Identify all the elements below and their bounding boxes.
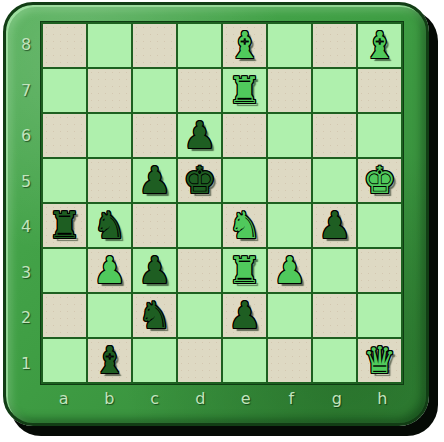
- rank-label-8: 8: [14, 22, 38, 68]
- piece-black-bishop[interactable]: ♝: [93, 339, 126, 382]
- piece-black-knight[interactable]: ♞: [138, 294, 171, 337]
- square-g7[interactable]: [313, 69, 356, 112]
- square-e8[interactable]: ♝: [223, 24, 266, 67]
- square-d4[interactable]: [178, 204, 221, 247]
- square-b8[interactable]: [88, 24, 131, 67]
- file-label-f: f: [269, 386, 315, 412]
- square-c2[interactable]: ♞: [133, 294, 176, 337]
- square-a6[interactable]: [43, 114, 86, 157]
- square-d6[interactable]: ♟: [178, 114, 221, 157]
- piece-black-pawn[interactable]: ♟: [138, 159, 171, 202]
- square-b4[interactable]: ♞: [88, 204, 131, 247]
- piece-black-pawn[interactable]: ♟: [228, 294, 261, 337]
- piece-black-pawn[interactable]: ♟: [183, 114, 216, 157]
- file-label-e: e: [223, 386, 269, 412]
- piece-white-queen[interactable]: ♛: [363, 339, 396, 382]
- piece-white-pawn[interactable]: ♟: [93, 249, 126, 292]
- rank-label-5: 5: [14, 159, 38, 205]
- piece-white-bishop[interactable]: ♝: [363, 24, 396, 67]
- square-f3[interactable]: ♟: [268, 249, 311, 292]
- square-e5[interactable]: [223, 159, 266, 202]
- square-b2[interactable]: [88, 294, 131, 337]
- square-c4[interactable]: [133, 204, 176, 247]
- file-label-h: h: [360, 386, 406, 412]
- square-g5[interactable]: [313, 159, 356, 202]
- square-e2[interactable]: ♟: [223, 294, 266, 337]
- square-h2[interactable]: [358, 294, 401, 337]
- square-h3[interactable]: [358, 249, 401, 292]
- square-f6[interactable]: [268, 114, 311, 157]
- square-b7[interactable]: [88, 69, 131, 112]
- square-e1[interactable]: [223, 339, 266, 382]
- square-c8[interactable]: [133, 24, 176, 67]
- square-g4[interactable]: ♟: [313, 204, 356, 247]
- square-c1[interactable]: [133, 339, 176, 382]
- square-g8[interactable]: [313, 24, 356, 67]
- chessboard-app: ♝♝♜♟♟♚♚♜♞♞♟♟♟♜♟♞♟♝♛ 87654321 abcdefgh: [0, 0, 444, 442]
- file-label-c: c: [132, 386, 178, 412]
- square-h1[interactable]: ♛: [358, 339, 401, 382]
- board-frame: ♝♝♜♟♟♚♚♜♞♞♟♟♟♜♟♞♟♝♛ 87654321 abcdefgh: [3, 2, 429, 426]
- square-g6[interactable]: [313, 114, 356, 157]
- square-f5[interactable]: [268, 159, 311, 202]
- rank-label-4: 4: [14, 204, 38, 250]
- square-g2[interactable]: [313, 294, 356, 337]
- square-g3[interactable]: [313, 249, 356, 292]
- square-a1[interactable]: [43, 339, 86, 382]
- square-e7[interactable]: ♜: [223, 69, 266, 112]
- piece-black-king[interactable]: ♚: [183, 159, 216, 202]
- rank-label-3: 3: [14, 250, 38, 296]
- square-a3[interactable]: [43, 249, 86, 292]
- square-f2[interactable]: [268, 294, 311, 337]
- piece-white-rook[interactable]: ♜: [228, 249, 261, 292]
- square-c3[interactable]: ♟: [133, 249, 176, 292]
- square-d7[interactable]: [178, 69, 221, 112]
- file-label-d: d: [178, 386, 224, 412]
- chess-board: ♝♝♜♟♟♚♚♜♞♞♟♟♟♜♟♞♟♝♛: [41, 22, 403, 384]
- square-d2[interactable]: [178, 294, 221, 337]
- square-b3[interactable]: ♟: [88, 249, 131, 292]
- piece-black-pawn[interactable]: ♟: [318, 204, 351, 247]
- square-b5[interactable]: [88, 159, 131, 202]
- square-a7[interactable]: [43, 69, 86, 112]
- piece-black-rook[interactable]: ♜: [48, 204, 81, 247]
- square-c7[interactable]: [133, 69, 176, 112]
- square-h5[interactable]: ♚: [358, 159, 401, 202]
- rank-label-6: 6: [14, 113, 38, 159]
- piece-white-pawn[interactable]: ♟: [273, 249, 306, 292]
- square-c5[interactable]: ♟: [133, 159, 176, 202]
- square-d8[interactable]: [178, 24, 221, 67]
- file-labels: abcdefgh: [41, 386, 405, 412]
- square-a5[interactable]: [43, 159, 86, 202]
- square-d3[interactable]: [178, 249, 221, 292]
- square-d5[interactable]: ♚: [178, 159, 221, 202]
- piece-white-king[interactable]: ♚: [363, 159, 396, 202]
- square-h8[interactable]: ♝: [358, 24, 401, 67]
- square-h4[interactable]: [358, 204, 401, 247]
- square-g1[interactable]: [313, 339, 356, 382]
- square-f7[interactable]: [268, 69, 311, 112]
- square-f8[interactable]: [268, 24, 311, 67]
- square-f1[interactable]: [268, 339, 311, 382]
- square-b6[interactable]: [88, 114, 131, 157]
- square-h7[interactable]: [358, 69, 401, 112]
- square-h6[interactable]: [358, 114, 401, 157]
- file-label-b: b: [87, 386, 133, 412]
- square-c6[interactable]: [133, 114, 176, 157]
- square-e3[interactable]: ♜: [223, 249, 266, 292]
- square-d1[interactable]: [178, 339, 221, 382]
- rank-label-7: 7: [14, 68, 38, 114]
- square-a4[interactable]: ♜: [43, 204, 86, 247]
- piece-black-knight[interactable]: ♞: [93, 204, 126, 247]
- square-e6[interactable]: [223, 114, 266, 157]
- square-a8[interactable]: [43, 24, 86, 67]
- square-f4[interactable]: [268, 204, 311, 247]
- file-label-a: a: [41, 386, 87, 412]
- piece-black-pawn[interactable]: ♟: [138, 249, 171, 292]
- piece-white-knight[interactable]: ♞: [228, 204, 261, 247]
- square-e4[interactable]: ♞: [223, 204, 266, 247]
- rank-label-1: 1: [14, 341, 38, 387]
- piece-white-rook[interactable]: ♜: [228, 69, 261, 112]
- rank-label-2: 2: [14, 295, 38, 341]
- rank-labels: 87654321: [14, 22, 38, 386]
- piece-white-bishop[interactable]: ♝: [228, 24, 261, 67]
- file-label-g: g: [314, 386, 360, 412]
- square-a2[interactable]: [43, 294, 86, 337]
- square-b1[interactable]: ♝: [88, 339, 131, 382]
